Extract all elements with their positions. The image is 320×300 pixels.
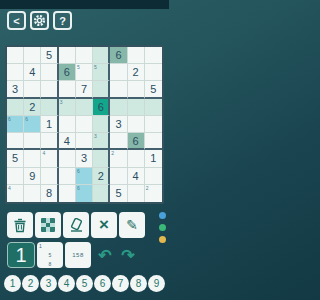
cell-r9c9[interactable]: 2: [145, 185, 162, 202]
cell-r4c4[interactable]: 3: [59, 99, 76, 116]
cell-r7c4[interactable]: [59, 150, 76, 167]
cell-r3c3[interactable]: [41, 81, 58, 98]
cell-r6c8[interactable]: 6: [128, 133, 145, 150]
cell-r1c7[interactable]: 6: [110, 47, 127, 64]
cell-r5c6[interactable]: [93, 116, 110, 133]
eraser-button[interactable]: [63, 212, 89, 238]
cell-r7c7[interactable]: 2: [110, 150, 127, 167]
numpad-2[interactable]: 2: [22, 275, 39, 292]
cell-r6c4[interactable]: 4: [59, 133, 76, 150]
cell-r5c2[interactable]: 6: [24, 116, 41, 133]
cell-r7c1[interactable]: 5: [7, 150, 24, 167]
cell-r5c4[interactable]: [59, 116, 76, 133]
help-button[interactable]: ?: [53, 11, 72, 30]
tool-row: × ✎: [7, 212, 145, 238]
cell-r9c6[interactable]: [93, 185, 110, 202]
cell-r9c7[interactable]: 5: [110, 185, 127, 202]
sudoku-grid: 5646552375236661343654321962448652: [5, 45, 164, 204]
numpad-7[interactable]: 7: [112, 275, 129, 292]
cell-r1c5[interactable]: [76, 47, 93, 64]
cell-r8c3[interactable]: [41, 168, 58, 185]
cell-r3c5[interactable]: 7: [76, 81, 93, 98]
cell-r8c6[interactable]: 2: [93, 168, 110, 185]
cell-r6c6[interactable]: 3: [93, 133, 110, 150]
cell-r9c4[interactable]: [59, 185, 76, 202]
cell-r6c1[interactable]: [7, 133, 24, 150]
redo-button[interactable]: ↷: [119, 243, 137, 267]
cell-r5c9[interactable]: [145, 116, 162, 133]
blue-dot[interactable]: [159, 212, 166, 219]
cell-r1c9[interactable]: [145, 47, 162, 64]
cell-r2c4[interactable]: 6: [59, 64, 76, 81]
numpad-9[interactable]: 9: [148, 275, 165, 292]
cell-r8c7[interactable]: [110, 168, 127, 185]
cell-r1c3[interactable]: 5: [41, 47, 58, 64]
cell-r3c2[interactable]: [24, 81, 41, 98]
cell-r3c8[interactable]: [128, 81, 145, 98]
pencil-mark: 4: [8, 185, 11, 191]
back-button[interactable]: <: [7, 11, 26, 30]
pencil-mark: 6: [77, 168, 80, 174]
numpad-4[interactable]: 4: [58, 275, 75, 292]
cell-r6c9[interactable]: [145, 133, 162, 150]
cell-r4c8[interactable]: [128, 99, 145, 116]
cell-r1c4[interactable]: [59, 47, 76, 64]
cell-r7c3[interactable]: 4: [41, 150, 58, 167]
settings-button[interactable]: [30, 11, 49, 30]
center-marks-label: 158: [72, 252, 84, 258]
cell-r7c9[interactable]: 1: [145, 150, 162, 167]
undo-icon: ↶: [98, 246, 111, 265]
corner-mark-1: 1: [39, 243, 42, 249]
cell-r1c6[interactable]: [93, 47, 110, 64]
cell-r8c1[interactable]: [7, 168, 24, 185]
cell-r3c1[interactable]: 3: [7, 81, 24, 98]
trash-icon: [13, 218, 27, 233]
cell-r8c9[interactable]: [145, 168, 162, 185]
pencil-mark: 3: [60, 99, 63, 105]
cell-r3c6[interactable]: [93, 81, 110, 98]
cell-r6c2[interactable]: [24, 133, 41, 150]
numpad-6[interactable]: 6: [94, 275, 111, 292]
corner-marks-button[interactable]: 1 5 8: [37, 242, 63, 268]
pencil-mark: 5: [77, 64, 80, 70]
pencil-mark: 6: [77, 185, 80, 191]
pencil-mode-button[interactable]: ✎: [119, 212, 145, 238]
cell-r1c2[interactable]: [24, 47, 41, 64]
cell-r6c3[interactable]: [41, 133, 58, 150]
cell-r1c1[interactable]: [7, 47, 24, 64]
number-pad: 123456789: [4, 275, 165, 292]
cell-r5c5[interactable]: [76, 116, 93, 133]
pencil-mark: 5: [94, 64, 97, 70]
cell-r8c4[interactable]: [59, 168, 76, 185]
center-marks-button[interactable]: 158: [65, 242, 91, 268]
cell-r5c7[interactable]: 3: [110, 116, 127, 133]
cell-r9c8[interactable]: [128, 185, 145, 202]
pattern-button[interactable]: [35, 212, 61, 238]
cell-r7c5[interactable]: 3: [76, 150, 93, 167]
cell-r4c6[interactable]: 6: [93, 99, 110, 116]
cell-r2c8[interactable]: 2: [128, 64, 145, 81]
yellow-dot[interactable]: [159, 236, 166, 243]
corner-mark-5: 5: [49, 252, 52, 258]
cell-r7c8[interactable]: [128, 150, 145, 167]
pencil-mark: 2: [111, 150, 114, 156]
cell-r4c3[interactable]: [41, 99, 58, 116]
cell-r2c9[interactable]: [145, 64, 162, 81]
cell-r8c2[interactable]: 9: [24, 168, 41, 185]
cell-r9c3[interactable]: 8: [41, 185, 58, 202]
cell-r9c1[interactable]: 4: [7, 185, 24, 202]
cell-r4c7[interactable]: [110, 99, 127, 116]
cell-r6c5[interactable]: [76, 133, 93, 150]
pencil-mark: 6: [25, 116, 28, 122]
cell-r1c8[interactable]: [128, 47, 145, 64]
numpad-3[interactable]: 3: [40, 275, 57, 292]
cell-r4c2[interactable]: 2: [24, 99, 41, 116]
cell-r2c5[interactable]: 5: [76, 64, 93, 81]
numpad-5[interactable]: 5: [76, 275, 93, 292]
cell-r9c2[interactable]: [24, 185, 41, 202]
cell-r3c9[interactable]: 5: [145, 81, 162, 98]
cell-r2c2[interactable]: 4: [24, 64, 41, 81]
cell-r3c4[interactable]: [59, 81, 76, 98]
back-icon: <: [13, 15, 19, 27]
pencil-mark: 4: [42, 150, 45, 156]
pencil-mark: 3: [94, 133, 97, 139]
cell-r4c1[interactable]: [7, 99, 24, 116]
big-number-label: 1: [15, 244, 26, 267]
numpad-1[interactable]: 1: [4, 275, 21, 292]
cell-r4c9[interactable]: [145, 99, 162, 116]
cell-r5c1[interactable]: 6: [7, 116, 24, 133]
cell-r2c6[interactable]: 5: [93, 64, 110, 81]
undo-button[interactable]: ↶: [96, 243, 114, 267]
help-icon: ?: [59, 15, 66, 27]
close-icon: ×: [99, 215, 109, 235]
cell-r5c3[interactable]: 1: [41, 116, 58, 133]
clear-button[interactable]: ×: [91, 212, 117, 238]
cell-r5c8[interactable]: [128, 116, 145, 133]
cell-r2c7[interactable]: [110, 64, 127, 81]
color-dots: [159, 212, 166, 243]
cell-r8c8[interactable]: 4: [128, 168, 145, 185]
cell-r8c5[interactable]: 6: [76, 168, 93, 185]
cell-r3c7[interactable]: [110, 81, 127, 98]
pencil-mark: 2: [146, 185, 149, 191]
corner-mark-8: 8: [49, 261, 52, 267]
cell-r9c5[interactable]: 6: [76, 185, 93, 202]
cell-r2c3[interactable]: [41, 64, 58, 81]
status-bar: [0, 0, 169, 9]
eraser-icon: [69, 218, 84, 232]
green-dot[interactable]: [159, 224, 166, 231]
gear-icon: [33, 14, 46, 27]
cell-r7c6[interactable]: [93, 150, 110, 167]
delete-button[interactable]: [7, 212, 33, 238]
cell-r4c5[interactable]: [76, 99, 93, 116]
pencil-mark: 6: [8, 116, 11, 122]
cell-r2c1[interactable]: [7, 64, 24, 81]
big-number-button[interactable]: 1: [7, 242, 35, 268]
numpad-8[interactable]: 8: [130, 275, 147, 292]
grid-pattern-icon: [41, 218, 55, 232]
cell-r7c2[interactable]: [24, 150, 41, 167]
pencil-icon: ✎: [126, 217, 138, 233]
redo-icon: ↷: [121, 246, 134, 265]
cell-r6c7[interactable]: [110, 133, 127, 150]
